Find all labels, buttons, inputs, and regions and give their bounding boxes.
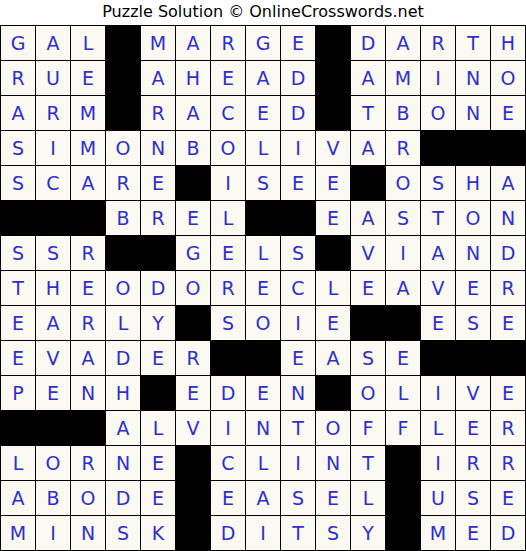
letter-cell-r11c12[interactable]: L	[386, 376, 420, 410]
letter-cell-r9c4[interactable]: L	[106, 306, 140, 340]
letter-cell-r9c3[interactable]: R	[71, 306, 105, 340]
letter-cell-r14c11[interactable]: L	[351, 481, 385, 515]
letter-cell-r9c14[interactable]: S	[456, 306, 490, 340]
block-cell-r10c8	[246, 341, 280, 375]
letter-cell-r12c12[interactable]: F	[386, 411, 420, 445]
letter-cell-r7c15[interactable]: D	[491, 236, 525, 270]
letter-cell-r1c11[interactable]: D	[351, 26, 385, 60]
letter-cell-r5c15[interactable]: A	[491, 166, 525, 200]
letter-cell-r3c15[interactable]: E	[491, 96, 525, 130]
letter-cell-r4c5[interactable]: N	[141, 131, 175, 165]
letter-cell-r13c9[interactable]: I	[281, 446, 315, 480]
letter-cell-r1c1[interactable]: G	[1, 26, 35, 60]
letter-cell-r13c5[interactable]: E	[141, 446, 175, 480]
letter-cell-r13c10[interactable]: N	[316, 446, 350, 480]
letter-cell-r13c15[interactable]: R	[491, 446, 525, 480]
letter-cell-r15c8[interactable]: I	[246, 516, 280, 550]
letter-cell-r8c1[interactable]: T	[1, 271, 35, 305]
block-cell-r3c10	[316, 96, 350, 130]
letter-cell-r11c13[interactable]: I	[421, 376, 455, 410]
letter-cell-r9c5[interactable]: Y	[141, 306, 175, 340]
letter-cell-r13c2[interactable]: O	[36, 446, 70, 480]
letter-cell-r7c14[interactable]: N	[456, 236, 490, 270]
letter-cell-r4c7[interactable]: O	[211, 131, 245, 165]
letter-cell-r2c12[interactable]: M	[386, 61, 420, 95]
letter-cell-r15c10[interactable]: S	[316, 516, 350, 550]
puzzle-solution-page: Puzzle Solution © OnlineCrosswords.net G…	[0, 0, 526, 551]
letter-cell-r1c12[interactable]: A	[386, 26, 420, 60]
letter-cell-r6c14[interactable]: O	[456, 201, 490, 235]
letter-cell-r6c11[interactable]: A	[351, 201, 385, 235]
letter-cell-r13c3[interactable]: R	[71, 446, 105, 480]
crossword-grid: GALMARGEDARTHRUEAHEADAMINOARMRACEDTBONES…	[0, 25, 526, 551]
letter-cell-r10c2[interactable]: V	[36, 341, 70, 375]
letter-cell-r9c7[interactable]: S	[211, 306, 245, 340]
letter-cell-r5c14[interactable]: H	[456, 166, 490, 200]
letter-cell-r4c4[interactable]: O	[106, 131, 140, 165]
letter-cell-r4c9[interactable]: I	[281, 131, 315, 165]
letter-cell-r15c2[interactable]: I	[36, 516, 70, 550]
block-cell-r2c10	[316, 61, 350, 95]
letter-cell-r12c8[interactable]: N	[246, 411, 280, 445]
letter-cell-r15c7[interactable]: D	[211, 516, 245, 550]
letter-cell-r5c12[interactable]: O	[386, 166, 420, 200]
letter-cell-r8c7[interactable]: R	[211, 271, 245, 305]
letter-cell-r4c10[interactable]: V	[316, 131, 350, 165]
letter-cell-r4c11[interactable]: A	[351, 131, 385, 165]
letter-cell-r11c11[interactable]: O	[351, 376, 385, 410]
letter-cell-r1c7[interactable]: R	[211, 26, 245, 60]
block-cell-r15c12	[386, 516, 420, 550]
letter-cell-r12c4[interactable]: A	[106, 411, 140, 445]
letter-cell-r11c4[interactable]: H	[106, 376, 140, 410]
letter-cell-r4c12[interactable]: R	[386, 131, 420, 165]
letter-cell-r13c4[interactable]: N	[106, 446, 140, 480]
letter-cell-r5c3[interactable]: A	[71, 166, 105, 200]
block-cell-r6c8	[246, 201, 280, 235]
letter-cell-r10c5[interactable]: E	[141, 341, 175, 375]
letter-cell-r2c3[interactable]: E	[71, 61, 105, 95]
letter-cell-r15c1[interactable]: M	[1, 516, 35, 550]
block-cell-r4c15	[491, 131, 525, 165]
letter-cell-r12c6[interactable]: V	[176, 411, 210, 445]
letter-cell-r2c15[interactable]: O	[491, 61, 525, 95]
letter-cell-r15c4[interactable]: S	[106, 516, 140, 550]
letter-cell-r1c13[interactable]: R	[421, 26, 455, 60]
letter-cell-r8c12[interactable]: A	[386, 271, 420, 305]
letter-cell-r9c15[interactable]: E	[491, 306, 525, 340]
letter-cell-r3c6[interactable]: A	[176, 96, 210, 130]
letter-cell-r9c1[interactable]: E	[1, 306, 35, 340]
letter-cell-r5c1[interactable]: S	[1, 166, 35, 200]
letter-cell-r7c13[interactable]: A	[421, 236, 455, 270]
letter-cell-r15c13[interactable]: M	[421, 516, 455, 550]
letter-cell-r12c9[interactable]: T	[281, 411, 315, 445]
block-cell-r2c4	[106, 61, 140, 95]
letter-cell-r5c8[interactable]: S	[246, 166, 280, 200]
letter-cell-r1c5[interactable]: M	[141, 26, 175, 60]
letter-cell-r11c6[interactable]: E	[176, 376, 210, 410]
letter-cell-r7c1[interactable]: S	[1, 236, 35, 270]
letter-cell-r5c13[interactable]: S	[421, 166, 455, 200]
letter-cell-r14c7[interactable]: E	[211, 481, 245, 515]
page-title: Puzzle Solution © OnlineCrosswords.net	[0, 0, 526, 25]
letter-cell-r8c14[interactable]: E	[456, 271, 490, 305]
block-cell-r6c9	[281, 201, 315, 235]
letter-cell-r4c8[interactable]: L	[246, 131, 280, 165]
letter-cell-r7c7[interactable]: E	[211, 236, 245, 270]
block-cell-r1c4	[106, 26, 140, 60]
letter-cell-r3c12[interactable]: B	[386, 96, 420, 130]
letter-cell-r11c3[interactable]: N	[71, 376, 105, 410]
letter-cell-r3c7[interactable]: C	[211, 96, 245, 130]
block-cell-r7c10	[316, 236, 350, 270]
block-cell-r13c12	[386, 446, 420, 480]
letter-cell-r3c13[interactable]: O	[421, 96, 455, 130]
letter-cell-r8c4[interactable]: O	[106, 271, 140, 305]
letter-cell-r1c2[interactable]: A	[36, 26, 70, 60]
letter-cell-r14c15[interactable]: E	[491, 481, 525, 515]
letter-cell-r11c9[interactable]: N	[281, 376, 315, 410]
letter-cell-r5c2[interactable]: C	[36, 166, 70, 200]
letter-cell-r12c5[interactable]: L	[141, 411, 175, 445]
block-cell-r9c12	[386, 306, 420, 340]
block-cell-r7c5	[141, 236, 175, 270]
letter-cell-r15c9[interactable]: T	[281, 516, 315, 550]
letter-cell-r15c15[interactable]: D	[491, 516, 525, 550]
letter-cell-r10c9[interactable]: E	[281, 341, 315, 375]
block-cell-r6c3	[71, 201, 105, 235]
letter-cell-r6c7[interactable]: L	[211, 201, 245, 235]
letter-cell-r11c15[interactable]: E	[491, 376, 525, 410]
letter-cell-r14c2[interactable]: B	[36, 481, 70, 515]
letter-cell-r11c1[interactable]: P	[1, 376, 35, 410]
letter-cell-r13c11[interactable]: T	[351, 446, 385, 480]
letter-cell-r10c12[interactable]: E	[386, 341, 420, 375]
letter-cell-r8c5[interactable]: D	[141, 271, 175, 305]
letter-cell-r4c6[interactable]: B	[176, 131, 210, 165]
letter-cell-r5c10[interactable]: E	[316, 166, 350, 200]
letter-cell-r7c11[interactable]: V	[351, 236, 385, 270]
letter-cell-r11c7[interactable]: D	[211, 376, 245, 410]
letter-cell-r1c6[interactable]: A	[176, 26, 210, 60]
letter-cell-r15c14[interactable]: E	[456, 516, 490, 550]
letter-cell-r14c1[interactable]: A	[1, 481, 35, 515]
letter-cell-r8c2[interactable]: H	[36, 271, 70, 305]
letter-cell-r9c8[interactable]: O	[246, 306, 280, 340]
letter-cell-r12c10[interactable]: O	[316, 411, 350, 445]
block-cell-r11c10	[316, 376, 350, 410]
letter-cell-r6c13[interactable]: T	[421, 201, 455, 235]
letter-cell-r10c1[interactable]: E	[1, 341, 35, 375]
letter-cell-r14c3[interactable]: O	[71, 481, 105, 515]
block-cell-r10c7	[211, 341, 245, 375]
letter-cell-r2c13[interactable]: I	[421, 61, 455, 95]
letter-cell-r12c14[interactable]: E	[456, 411, 490, 445]
letter-cell-r9c10[interactable]: E	[316, 306, 350, 340]
letter-cell-r12c13[interactable]: L	[421, 411, 455, 445]
letter-cell-r8c8[interactable]: E	[246, 271, 280, 305]
block-cell-r13c6	[176, 446, 210, 480]
block-cell-r9c6	[176, 306, 210, 340]
letter-cell-r5c4[interactable]: R	[106, 166, 140, 200]
block-cell-r14c12	[386, 481, 420, 515]
letter-cell-r15c3[interactable]: N	[71, 516, 105, 550]
letter-cell-r6c5[interactable]: R	[141, 201, 175, 235]
letter-cell-r2c8[interactable]: A	[246, 61, 280, 95]
letter-cell-r9c13[interactable]: E	[421, 306, 455, 340]
letter-cell-r5c5[interactable]: E	[141, 166, 175, 200]
letter-cell-r11c8[interactable]: E	[246, 376, 280, 410]
block-cell-r15c6	[176, 516, 210, 550]
letter-cell-r2c2[interactable]: U	[36, 61, 70, 95]
block-cell-r11c5	[141, 376, 175, 410]
letter-cell-r1c14[interactable]: T	[456, 26, 490, 60]
letter-cell-r12c11[interactable]: F	[351, 411, 385, 445]
block-cell-r10c15	[491, 341, 525, 375]
letter-cell-r15c11[interactable]: Y	[351, 516, 385, 550]
letter-cell-r4c3[interactable]: M	[71, 131, 105, 165]
letter-cell-r7c6[interactable]: G	[176, 236, 210, 270]
letter-cell-r7c9[interactable]: S	[281, 236, 315, 270]
letter-cell-r7c2[interactable]: S	[36, 236, 70, 270]
block-cell-r10c14	[456, 341, 490, 375]
letter-cell-r3c8[interactable]: E	[246, 96, 280, 130]
letter-cell-r6c6[interactable]: E	[176, 201, 210, 235]
letter-cell-r3c14[interactable]: N	[456, 96, 490, 130]
letter-cell-r6c15[interactable]: N	[491, 201, 525, 235]
letter-cell-r1c3[interactable]: L	[71, 26, 105, 60]
letter-cell-r1c8[interactable]: G	[246, 26, 280, 60]
block-cell-r3c4	[106, 96, 140, 130]
letter-cell-r3c11[interactable]: T	[351, 96, 385, 130]
block-cell-r5c11	[351, 166, 385, 200]
letter-cell-r3c5[interactable]: R	[141, 96, 175, 130]
letter-cell-r9c9[interactable]: I	[281, 306, 315, 340]
letter-cell-r10c3[interactable]: A	[71, 341, 105, 375]
letter-cell-r13c8[interactable]: L	[246, 446, 280, 480]
letter-cell-r2c14[interactable]: N	[456, 61, 490, 95]
letter-cell-r7c3[interactable]: R	[71, 236, 105, 270]
letter-cell-r8c11[interactable]: E	[351, 271, 385, 305]
letter-cell-r2c7[interactable]: E	[211, 61, 245, 95]
letter-cell-r12c7[interactable]: I	[211, 411, 245, 445]
letter-cell-r7c8[interactable]: L	[246, 236, 280, 270]
letter-cell-r14c5[interactable]: E	[141, 481, 175, 515]
letter-cell-r6c12[interactable]: S	[386, 201, 420, 235]
letter-cell-r13c7[interactable]: C	[211, 446, 245, 480]
letter-cell-r1c9[interactable]: E	[281, 26, 315, 60]
block-cell-r6c2	[36, 201, 70, 235]
letter-cell-r15c5[interactable]: K	[141, 516, 175, 550]
block-cell-r4c13	[421, 131, 455, 165]
letter-cell-r6c10[interactable]: E	[316, 201, 350, 235]
letter-cell-r10c6[interactable]: R	[176, 341, 210, 375]
letter-cell-r14c9[interactable]: S	[281, 481, 315, 515]
letter-cell-r14c13[interactable]: U	[421, 481, 455, 515]
letter-cell-r14c14[interactable]: S	[456, 481, 490, 515]
letter-cell-r14c4[interactable]: D	[106, 481, 140, 515]
block-cell-r12c3	[71, 411, 105, 445]
letter-cell-r2c5[interactable]: A	[141, 61, 175, 95]
block-cell-r10c13	[421, 341, 455, 375]
letter-cell-r2c1[interactable]: R	[1, 61, 35, 95]
letter-cell-r3c9[interactable]: D	[281, 96, 315, 130]
letter-cell-r5c9[interactable]: E	[281, 166, 315, 200]
letter-cell-r1c15[interactable]: H	[491, 26, 525, 60]
block-cell-r6c1	[1, 201, 35, 235]
letter-cell-r11c14[interactable]: V	[456, 376, 490, 410]
letter-cell-r13c13[interactable]: I	[421, 446, 455, 480]
letter-cell-r3c3[interactable]: M	[71, 96, 105, 130]
block-cell-r14c6	[176, 481, 210, 515]
letter-cell-r8c15[interactable]: R	[491, 271, 525, 305]
letter-cell-r4c2[interactable]: I	[36, 131, 70, 165]
letter-cell-r5c7[interactable]: I	[211, 166, 245, 200]
letter-cell-r2c9[interactable]: D	[281, 61, 315, 95]
letter-cell-r14c8[interactable]: A	[246, 481, 280, 515]
letter-cell-r8c3[interactable]: E	[71, 271, 105, 305]
letter-cell-r8c10[interactable]: L	[316, 271, 350, 305]
letter-cell-r9c2[interactable]: A	[36, 306, 70, 340]
letter-cell-r3c1[interactable]: A	[1, 96, 35, 130]
letter-cell-r3c2[interactable]: R	[36, 96, 70, 130]
letter-cell-r4c1[interactable]: S	[1, 131, 35, 165]
letter-cell-r11c2[interactable]: E	[36, 376, 70, 410]
block-cell-r12c1	[1, 411, 35, 445]
letter-cell-r6c4[interactable]: B	[106, 201, 140, 235]
block-cell-r4c14	[456, 131, 490, 165]
letter-cell-r8c6[interactable]: O	[176, 271, 210, 305]
letter-cell-r10c4[interactable]: D	[106, 341, 140, 375]
letter-cell-r2c6[interactable]: H	[176, 61, 210, 95]
letter-cell-r8c9[interactable]: C	[281, 271, 315, 305]
letter-cell-r7c12[interactable]: I	[386, 236, 420, 270]
block-cell-r1c10	[316, 26, 350, 60]
letter-cell-r14c10[interactable]: E	[316, 481, 350, 515]
block-cell-r5c6	[176, 166, 210, 200]
letter-cell-r13c14[interactable]: R	[456, 446, 490, 480]
letter-cell-r10c11[interactable]: S	[351, 341, 385, 375]
letter-cell-r10c10[interactable]: A	[316, 341, 350, 375]
block-cell-r9c11	[351, 306, 385, 340]
letter-cell-r12c15[interactable]: R	[491, 411, 525, 445]
letter-cell-r2c11[interactable]: A	[351, 61, 385, 95]
block-cell-r7c4	[106, 236, 140, 270]
block-cell-r12c2	[36, 411, 70, 445]
letter-cell-r13c1[interactable]: L	[1, 446, 35, 480]
letter-cell-r8c13[interactable]: V	[421, 271, 455, 305]
